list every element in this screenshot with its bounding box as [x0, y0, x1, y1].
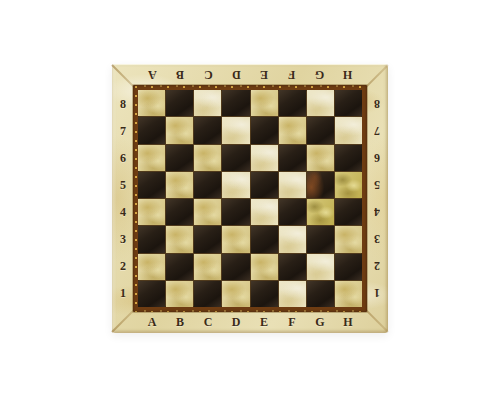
square-d8[interactable]: [222, 90, 249, 116]
board-field: [138, 90, 362, 307]
square-b2[interactable]: [166, 254, 193, 280]
square-a3[interactable]: [138, 226, 165, 252]
square-e7[interactable]: [251, 117, 278, 143]
square-a8[interactable]: [138, 90, 165, 116]
square-h6[interactable]: [335, 145, 362, 171]
rank-label-left-2: 2: [120, 260, 126, 272]
square-c4[interactable]: [194, 199, 221, 225]
square-d5[interactable]: [222, 172, 249, 198]
square-e6[interactable]: [251, 145, 278, 171]
file-label-bottom-b: B: [176, 316, 184, 328]
square-f4[interactable]: [279, 199, 306, 225]
square-f3[interactable]: [279, 226, 306, 252]
square-b5[interactable]: [166, 172, 193, 198]
square-f8[interactable]: [279, 90, 306, 116]
square-h1[interactable]: [335, 281, 362, 307]
square-b7[interactable]: [166, 117, 193, 143]
square-a1[interactable]: [138, 281, 165, 307]
square-h5[interactable]: [335, 172, 362, 198]
file-label-bottom-h: H: [343, 316, 352, 328]
rank-label-right-2: 2: [374, 260, 380, 272]
rank-label-right-1: 1: [374, 287, 380, 299]
square-g8[interactable]: [307, 90, 334, 116]
square-d3[interactable]: [222, 226, 249, 252]
file-label-top-g: G: [315, 69, 324, 81]
file-label-top-e: E: [260, 69, 268, 81]
file-label-bottom-d: D: [232, 316, 241, 328]
square-d2[interactable]: [222, 254, 249, 280]
square-g5[interactable]: [307, 172, 334, 198]
file-label-top-d: D: [232, 69, 241, 81]
square-e4[interactable]: [251, 199, 278, 225]
file-label-bottom-c: C: [204, 316, 213, 328]
square-g1[interactable]: [307, 281, 334, 307]
square-g6[interactable]: [307, 145, 334, 171]
square-h8[interactable]: [335, 90, 362, 116]
square-e1[interactable]: [251, 281, 278, 307]
square-c1[interactable]: [194, 281, 221, 307]
file-label-top-b: B: [176, 69, 184, 81]
square-g4[interactable]: [307, 199, 334, 225]
square-a4[interactable]: [138, 199, 165, 225]
square-f6[interactable]: [279, 145, 306, 171]
rank-label-left-6: 6: [120, 152, 126, 164]
square-e5[interactable]: [251, 172, 278, 198]
speckled-inlay-border: [133, 85, 367, 312]
rank-label-left-8: 8: [120, 98, 126, 110]
square-f5[interactable]: [279, 172, 306, 198]
photo-background: ABCDEFGH ABCDEFGH 87654321 87654321: [0, 0, 500, 400]
square-d4[interactable]: [222, 199, 249, 225]
square-a5[interactable]: [138, 172, 165, 198]
rank-label-left-7: 7: [120, 125, 126, 137]
square-c2[interactable]: [194, 254, 221, 280]
rank-labels-left: 87654321: [113, 90, 133, 307]
rank-label-right-8: 8: [374, 98, 380, 110]
file-label-top-h: H: [343, 69, 352, 81]
file-label-bottom-f: F: [288, 316, 295, 328]
file-label-bottom-g: G: [315, 316, 324, 328]
rank-label-left-3: 3: [120, 233, 126, 245]
chess-board: ABCDEFGH ABCDEFGH 87654321 87654321: [112, 64, 388, 333]
rank-label-right-7: 7: [374, 125, 380, 137]
square-h4[interactable]: [335, 199, 362, 225]
square-h2[interactable]: [335, 254, 362, 280]
rank-label-right-6: 6: [374, 152, 380, 164]
file-label-top-c: C: [204, 69, 213, 81]
square-e2[interactable]: [251, 254, 278, 280]
square-g2[interactable]: [307, 254, 334, 280]
rank-label-left-5: 5: [120, 179, 126, 191]
square-a6[interactable]: [138, 145, 165, 171]
square-b4[interactable]: [166, 199, 193, 225]
square-d7[interactable]: [222, 117, 249, 143]
rank-label-right-3: 3: [374, 233, 380, 245]
square-b6[interactable]: [166, 145, 193, 171]
file-label-bottom-e: E: [260, 316, 268, 328]
rank-label-right-4: 4: [374, 206, 380, 218]
rank-label-right-5: 5: [374, 179, 380, 191]
square-c3[interactable]: [194, 226, 221, 252]
square-h3[interactable]: [335, 226, 362, 252]
square-a2[interactable]: [138, 254, 165, 280]
square-d1[interactable]: [222, 281, 249, 307]
square-g3[interactable]: [307, 226, 334, 252]
square-b8[interactable]: [166, 90, 193, 116]
square-b3[interactable]: [166, 226, 193, 252]
file-label-top-a: A: [148, 69, 157, 81]
file-label-top-f: F: [288, 69, 295, 81]
square-c8[interactable]: [194, 90, 221, 116]
file-labels-top: ABCDEFGH: [138, 65, 362, 85]
square-e3[interactable]: [251, 226, 278, 252]
square-f7[interactable]: [279, 117, 306, 143]
file-labels-bottom: ABCDEFGH: [138, 312, 362, 332]
square-h7[interactable]: [335, 117, 362, 143]
rank-label-left-4: 4: [120, 206, 126, 218]
square-f2[interactable]: [279, 254, 306, 280]
square-c7[interactable]: [194, 117, 221, 143]
rank-labels-right: 87654321: [367, 90, 387, 307]
square-e8[interactable]: [251, 90, 278, 116]
square-c5[interactable]: [194, 172, 221, 198]
file-label-bottom-a: A: [148, 316, 157, 328]
square-d6[interactable]: [222, 145, 249, 171]
square-a7[interactable]: [138, 117, 165, 143]
square-c6[interactable]: [194, 145, 221, 171]
square-b1[interactable]: [166, 281, 193, 307]
square-f1[interactable]: [279, 281, 306, 307]
rank-label-left-1: 1: [120, 287, 126, 299]
square-g7[interactable]: [307, 117, 334, 143]
